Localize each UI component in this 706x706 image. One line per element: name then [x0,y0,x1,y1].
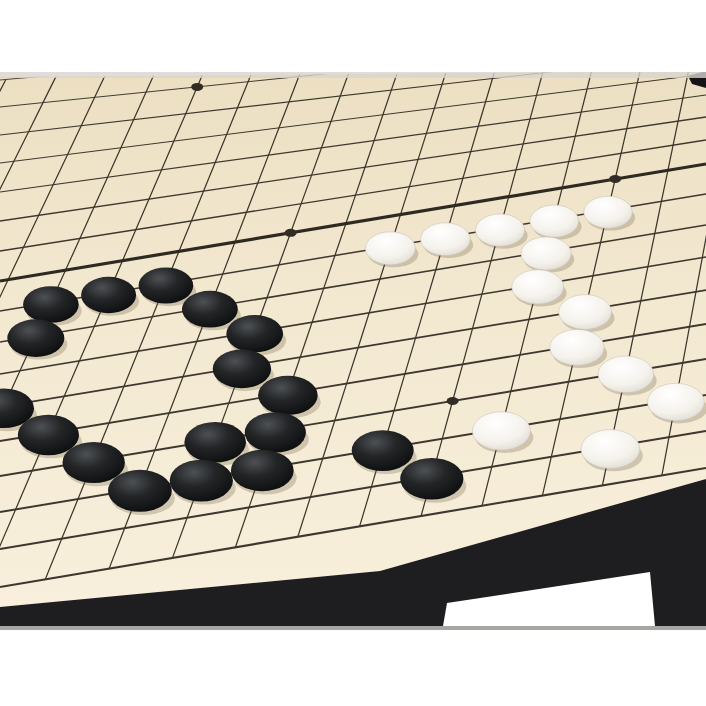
star-point [285,229,297,237]
black-stone[interactable] [81,277,136,313]
white-stone[interactable] [530,205,579,237]
black-stone[interactable] [352,430,414,471]
black-stone[interactable] [108,470,172,512]
white-stone[interactable] [512,270,564,304]
white-stone[interactable] [559,295,612,330]
white-stone[interactable] [581,430,640,469]
white-stone[interactable] [421,223,471,256]
star-point [447,397,459,405]
black-stone[interactable] [213,350,271,389]
white-stone[interactable] [472,412,530,450]
white-stone[interactable] [521,237,571,270]
black-stone[interactable] [226,315,283,352]
white-stone[interactable] [584,196,632,228]
photo-bottom-line [0,626,706,630]
black-stone[interactable] [18,415,79,455]
black-stone[interactable] [184,422,246,463]
go-board-photo: Overhead-angle photo of a folding magnet… [0,0,706,706]
black-stone[interactable] [258,376,318,415]
black-stone[interactable] [245,412,306,452]
black-stone[interactable] [170,460,233,502]
photo-top-margin [0,0,706,72]
white-stone[interactable] [476,214,525,246]
go-board-scene [0,0,706,706]
star-point [191,83,203,91]
white-stone[interactable] [550,329,604,365]
black-stone[interactable] [7,319,64,357]
far-edge-line [0,72,706,78]
black-stone[interactable] [182,291,238,328]
black-stone[interactable] [62,442,124,483]
white-stone[interactable] [365,232,415,265]
white-stone[interactable] [648,383,705,420]
star-point [609,175,621,183]
black-stone[interactable] [400,458,463,500]
black-stone[interactable] [231,450,294,491]
white-stone[interactable] [598,356,654,393]
black-stone[interactable] [139,268,194,304]
black-stone[interactable] [23,286,79,323]
